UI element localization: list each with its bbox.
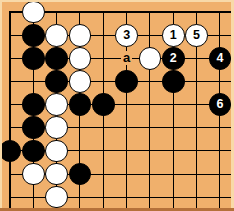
black-stone <box>22 47 45 70</box>
intersection <box>68 139 91 162</box>
intersection <box>0 70 22 93</box>
go-board-diagram: 315a246 <box>0 0 234 211</box>
board-bevel-top <box>0 0 234 2</box>
intersection <box>22 70 45 93</box>
intersection <box>22 47 45 70</box>
white-stone-move-1: 1 <box>162 24 185 47</box>
intersection: 6 <box>208 93 231 116</box>
white-stone <box>69 47 92 70</box>
intersection <box>22 116 45 139</box>
intersection <box>115 139 138 162</box>
black-stone <box>69 93 92 116</box>
intersection <box>138 162 161 185</box>
intersection <box>162 186 185 209</box>
intersection <box>185 47 208 70</box>
black-stone <box>92 93 115 116</box>
intersection: 2 <box>162 47 185 70</box>
intersection: 5 <box>185 24 208 47</box>
white-stone-move-3: 3 <box>115 24 138 47</box>
black-stone <box>0 140 21 163</box>
white-stone <box>69 24 92 47</box>
black-stone <box>45 70 68 93</box>
point-label-a: a <box>121 51 132 65</box>
intersection <box>45 162 68 185</box>
intersection <box>115 93 138 116</box>
intersection <box>185 162 208 185</box>
intersection <box>185 70 208 93</box>
intersection <box>138 24 161 47</box>
intersection <box>185 186 208 209</box>
intersection: 1 <box>162 24 185 47</box>
intersection <box>138 186 161 209</box>
white-stone <box>45 140 68 163</box>
intersection <box>45 47 68 70</box>
intersection <box>92 186 115 209</box>
move-number: 3 <box>123 29 130 42</box>
white-stone <box>45 116 68 139</box>
intersection <box>68 1 91 24</box>
black-stone <box>22 116 45 139</box>
intersection <box>45 139 68 162</box>
intersection <box>208 186 231 209</box>
intersection <box>0 116 22 139</box>
intersection <box>115 70 138 93</box>
intersection <box>185 93 208 116</box>
intersection <box>162 93 185 116</box>
intersection <box>185 1 208 24</box>
intersection: 3 <box>115 24 138 47</box>
intersection <box>45 1 68 24</box>
intersection <box>0 47 22 70</box>
intersection <box>45 116 68 139</box>
intersection <box>68 24 91 47</box>
intersection <box>0 1 22 24</box>
intersection <box>138 70 161 93</box>
intersection <box>68 47 91 70</box>
intersection <box>0 186 22 209</box>
board-bevel-left <box>0 0 2 211</box>
intersection <box>208 24 231 47</box>
black-stone-move-6: 6 <box>209 93 232 116</box>
intersection <box>92 70 115 93</box>
intersection <box>92 1 115 24</box>
intersection <box>162 162 185 185</box>
board-bevel-bottom <box>0 208 234 211</box>
intersection <box>208 139 231 162</box>
move-number: 5 <box>193 29 200 42</box>
white-stone <box>22 1 45 24</box>
intersection <box>92 139 115 162</box>
intersection <box>22 139 45 162</box>
intersection <box>208 162 231 185</box>
move-number: 6 <box>216 98 223 111</box>
intersection <box>138 139 161 162</box>
intersection <box>92 47 115 70</box>
intersection <box>68 70 91 93</box>
intersection <box>0 162 22 185</box>
black-stone <box>162 70 185 93</box>
white-stone <box>139 47 162 70</box>
intersection <box>22 186 45 209</box>
intersection <box>138 93 161 116</box>
intersection <box>162 139 185 162</box>
intersection <box>22 93 45 116</box>
intersection <box>162 70 185 93</box>
white-stone <box>45 24 68 47</box>
white-stone <box>22 163 45 186</box>
board-bevel-right <box>231 0 234 211</box>
black-stone <box>69 163 92 186</box>
move-number: 2 <box>170 52 177 65</box>
white-stone-move-5: 5 <box>185 24 208 47</box>
move-number: 1 <box>170 29 177 42</box>
black-stone <box>22 24 45 47</box>
intersection <box>138 116 161 139</box>
black-stone <box>22 140 45 163</box>
intersection <box>45 93 68 116</box>
intersection <box>92 116 115 139</box>
white-stone <box>45 163 68 186</box>
intersection <box>68 116 91 139</box>
intersection <box>208 1 231 24</box>
intersection <box>115 1 138 24</box>
intersection <box>138 1 161 24</box>
intersection <box>185 139 208 162</box>
intersection <box>68 162 91 185</box>
intersection <box>92 93 115 116</box>
intersection: 4 <box>208 47 231 70</box>
black-stone-move-2: 2 <box>162 47 185 70</box>
intersection <box>22 1 45 24</box>
intersection <box>162 116 185 139</box>
intersection <box>0 139 22 162</box>
intersection <box>92 162 115 185</box>
black-stone <box>45 47 68 70</box>
black-stone <box>22 93 45 116</box>
intersection <box>45 24 68 47</box>
intersection <box>208 70 231 93</box>
intersection <box>115 116 138 139</box>
intersection <box>45 186 68 209</box>
intersection <box>92 24 115 47</box>
intersection <box>0 93 22 116</box>
white-stone <box>45 186 68 209</box>
intersection: a <box>115 47 138 70</box>
intersection <box>68 186 91 209</box>
white-stone <box>45 93 68 116</box>
intersection <box>0 24 22 47</box>
intersection <box>45 70 68 93</box>
intersection <box>115 186 138 209</box>
intersection <box>185 116 208 139</box>
intersection <box>138 47 161 70</box>
intersection <box>208 116 231 139</box>
intersection <box>68 93 91 116</box>
move-number: 4 <box>216 52 223 65</box>
intersection <box>22 24 45 47</box>
white-stone <box>69 70 92 93</box>
intersection <box>115 162 138 185</box>
go-grid: 315a246 <box>0 1 232 209</box>
intersection <box>162 1 185 24</box>
black-stone <box>115 70 138 93</box>
intersection <box>22 162 45 185</box>
black-stone-move-4: 4 <box>209 47 232 70</box>
